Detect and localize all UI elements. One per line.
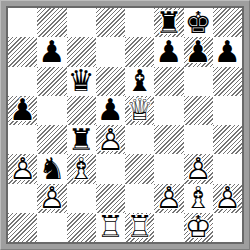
piece-outline-layer: ♗ [184,184,213,213]
piece-glyph-layer: ♟ [8,96,37,125]
square-h2[interactable]: ♟♙ [213,184,242,213]
chess-board: ♜♚♟♟♟♟♛♝♟♟♛♕♜♟♙♟♙♞♝♗♟♙♟♙♟♙♝♗♟♙♜♖♜♖♚♔ [8,8,242,242]
piece-glyph-layer: ♟ [154,37,183,66]
square-e4[interactable] [125,125,154,154]
piece-outline-layer: ♖ [96,213,125,242]
black-pawn-icon[interactable]: ♟ [184,37,213,66]
white-rook-icon[interactable]: ♜♖ [125,213,154,242]
square-f3[interactable] [154,154,183,183]
piece-glyph-layer: ♞ [37,154,66,183]
square-b4[interactable] [37,125,66,154]
piece-glyph-layer: ♛ [67,67,96,96]
white-pawn-icon[interactable]: ♟♙ [213,184,242,213]
piece-glyph-layer: ♝ [125,67,154,96]
square-a8[interactable] [8,8,37,37]
square-d1[interactable]: ♜♖ [96,213,125,242]
square-a6[interactable] [8,67,37,96]
square-c5[interactable] [67,96,96,125]
piece-outline-layer: ♔ [184,213,213,242]
piece-glyph-layer: ♚ [184,8,213,37]
square-c8[interactable] [67,8,96,37]
square-d7[interactable] [96,37,125,66]
board-border: ♜♚♟♟♟♟♛♝♟♟♛♕♜♟♙♟♙♞♝♗♟♙♟♙♟♙♝♗♟♙♜♖♜♖♚♔ [6,6,244,244]
square-h3[interactable] [213,154,242,183]
square-h6[interactable] [213,67,242,96]
square-e1[interactable]: ♜♖ [125,213,154,242]
black-pawn-icon[interactable]: ♟ [8,96,37,125]
square-b7[interactable]: ♟ [37,37,66,66]
square-e6[interactable]: ♝ [125,67,154,96]
piece-outline-layer: ♖ [125,213,154,242]
square-c4[interactable]: ♜ [67,125,96,154]
square-h1[interactable] [213,213,242,242]
piece-glyph-layer: ♟ [96,96,125,125]
square-b8[interactable] [37,8,66,37]
piece-glyph-layer: ♜ [154,8,183,37]
square-b3[interactable]: ♞ [37,154,66,183]
square-e7[interactable] [125,37,154,66]
piece-glyph-layer: ♟ [213,37,242,66]
square-d8[interactable] [96,8,125,37]
square-d4[interactable]: ♟♙ [96,125,125,154]
black-king-icon[interactable]: ♚ [184,8,213,37]
piece-outline-layer: ♙ [37,184,66,213]
square-f4[interactable] [154,125,183,154]
square-c7[interactable] [67,37,96,66]
square-f2[interactable]: ♟♙ [154,184,183,213]
square-g1[interactable]: ♚♔ [184,213,213,242]
black-bishop-icon[interactable]: ♝ [125,67,154,96]
square-g6[interactable] [184,67,213,96]
piece-glyph-layer: ♟ [184,37,213,66]
piece-glyph-layer: ♟ [37,37,66,66]
piece-outline-layer: ♙ [213,184,242,213]
black-pawn-icon[interactable]: ♟ [96,96,125,125]
square-c3[interactable]: ♝♗ [67,154,96,183]
square-h5[interactable] [213,96,242,125]
square-h4[interactable] [213,125,242,154]
board-frame: ♜♚♟♟♟♟♛♝♟♟♛♕♜♟♙♟♙♞♝♗♟♙♟♙♟♙♝♗♟♙♜♖♜♖♚♔ [0,0,250,250]
piece-outline-layer: ♗ [67,154,96,183]
white-pawn-icon[interactable]: ♟♙ [96,125,125,154]
square-d6[interactable] [96,67,125,96]
square-f1[interactable] [154,213,183,242]
square-f6[interactable] [154,67,183,96]
piece-glyph-layer: ♜ [67,125,96,154]
square-e3[interactable] [125,154,154,183]
piece-outline-layer: ♙ [96,125,125,154]
white-pawn-icon[interactable]: ♟♙ [37,184,66,213]
square-g3[interactable]: ♟♙ [184,154,213,183]
square-a7[interactable] [8,37,37,66]
white-pawn-icon[interactable]: ♟♙ [184,154,213,183]
square-g8[interactable]: ♚ [184,8,213,37]
white-bishop-icon[interactable]: ♝♗ [67,154,96,183]
square-b1[interactable] [37,213,66,242]
square-f8[interactable]: ♜ [154,8,183,37]
black-rook-icon[interactable]: ♜ [67,125,96,154]
white-bishop-icon[interactable]: ♝♗ [184,184,213,213]
square-b2[interactable]: ♟♙ [37,184,66,213]
square-b5[interactable] [37,96,66,125]
square-c2[interactable] [67,184,96,213]
square-a4[interactable] [8,125,37,154]
piece-outline-layer: ♙ [184,154,213,183]
square-e2[interactable] [125,184,154,213]
square-f5[interactable] [154,96,183,125]
square-g7[interactable]: ♟ [184,37,213,66]
white-queen-icon[interactable]: ♛♕ [125,96,154,125]
piece-outline-layer: ♙ [8,154,37,183]
square-d5[interactable]: ♟ [96,96,125,125]
square-a1[interactable] [8,213,37,242]
square-b6[interactable] [37,67,66,96]
square-g4[interactable] [184,125,213,154]
black-rook-icon[interactable]: ♜ [154,8,183,37]
square-a5[interactable]: ♟ [8,96,37,125]
square-h7[interactable]: ♟ [213,37,242,66]
square-a2[interactable] [8,184,37,213]
piece-outline-layer: ♕ [125,96,154,125]
square-g2[interactable]: ♝♗ [184,184,213,213]
piece-outline-layer: ♙ [154,184,183,213]
white-rook-icon[interactable]: ♜♖ [96,213,125,242]
black-pawn-icon[interactable]: ♟ [37,37,66,66]
square-f7[interactable]: ♟ [154,37,183,66]
square-d3[interactable] [96,154,125,183]
black-pawn-icon[interactable]: ♟ [154,37,183,66]
square-d2[interactable] [96,184,125,213]
white-king-icon[interactable]: ♚♔ [184,213,213,242]
white-pawn-icon[interactable]: ♟♙ [8,154,37,183]
square-h8[interactable] [213,8,242,37]
square-c1[interactable] [67,213,96,242]
square-a3[interactable]: ♟♙ [8,154,37,183]
black-queen-icon[interactable]: ♛ [67,67,96,96]
square-e5[interactable]: ♛♕ [125,96,154,125]
square-g5[interactable] [184,96,213,125]
square-c6[interactable]: ♛ [67,67,96,96]
black-knight-icon[interactable]: ♞ [37,154,66,183]
white-pawn-icon[interactable]: ♟♙ [154,184,183,213]
black-pawn-icon[interactable]: ♟ [213,37,242,66]
square-e8[interactable] [125,8,154,37]
